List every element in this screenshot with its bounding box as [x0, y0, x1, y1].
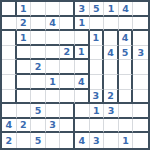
cell-r10c4[interactable]: [46, 133, 61, 148]
cell-r8c5[interactable]: [60, 104, 75, 119]
given-digit: 1: [108, 4, 115, 14]
cell-r6c8[interactable]: [104, 75, 119, 90]
cell-r10c1[interactable]: 2: [2, 133, 17, 148]
cell-r4c2[interactable]: [17, 46, 32, 61]
given-digit: 2: [20, 120, 27, 130]
cell-r4c10[interactable]: 3: [133, 46, 148, 61]
cell-r2c6[interactable]: 1: [75, 17, 90, 32]
cell-r6c3[interactable]: [31, 75, 46, 90]
cell-r8c2[interactable]: [17, 104, 32, 119]
cell-r10c6[interactable]: 4: [75, 133, 90, 148]
cell-r7c1[interactable]: [2, 90, 17, 105]
cell-r9c7[interactable]: [90, 119, 105, 134]
cell-r7c7[interactable]: 3: [90, 90, 105, 105]
cell-r4c3[interactable]: [31, 46, 46, 61]
given-digit: 1: [122, 136, 129, 146]
cell-r4c8[interactable]: 4: [104, 46, 119, 61]
cell-r6c10[interactable]: [133, 75, 148, 90]
cell-r1c4[interactable]: [46, 2, 61, 17]
cell-r10c8[interactable]: [104, 133, 119, 148]
cell-r10c2[interactable]: [17, 133, 32, 148]
cell-r5c8[interactable]: [104, 60, 119, 75]
cell-r2c2[interactable]: 2: [17, 17, 32, 32]
cell-r9c6[interactable]: [75, 119, 90, 134]
puzzle-board: 13514241114214532143251342325431: [0, 0, 150, 150]
given-digit: 5: [93, 4, 100, 14]
cell-r1c5[interactable]: [60, 2, 75, 17]
given-digit: 5: [122, 48, 129, 58]
cell-r4c5[interactable]: 2: [60, 46, 75, 61]
given-digit: 2: [20, 18, 27, 28]
given-digit: 3: [93, 136, 100, 146]
cell-r8c3[interactable]: 5: [31, 104, 46, 119]
given-digit: 1: [20, 4, 27, 14]
given-digit: 4: [122, 33, 129, 43]
cell-r8c7[interactable]: 1: [90, 104, 105, 119]
cell-r2c5[interactable]: [60, 17, 75, 32]
given-digit: 4: [49, 18, 56, 28]
given-digit: 3: [49, 120, 56, 130]
cell-r7c10[interactable]: [133, 90, 148, 105]
given-digit: 3: [93, 91, 100, 101]
cell-r1c10[interactable]: [133, 2, 148, 17]
cell-r5c2[interactable]: [17, 60, 32, 75]
given-digit: 4: [5, 120, 12, 130]
cell-r9c3[interactable]: [31, 119, 46, 134]
given-digit: 3: [108, 106, 115, 116]
cell-r5c5[interactable]: [60, 60, 75, 75]
cell-r1c8[interactable]: 1: [104, 2, 119, 17]
cell-r2c4[interactable]: 4: [46, 17, 61, 32]
cell-r6c9[interactable]: [119, 75, 134, 90]
cell-r7c3[interactable]: [31, 90, 46, 105]
cell-r3c6[interactable]: [75, 31, 90, 46]
cell-r3c10[interactable]: [133, 31, 148, 46]
cell-r5c4[interactable]: [46, 60, 61, 75]
cell-r7c4[interactable]: [46, 90, 61, 105]
cell-r1c1[interactable]: [2, 2, 17, 17]
cell-r5c3[interactable]: 2: [31, 60, 46, 75]
given-digit: 3: [137, 48, 144, 58]
given-digit: 1: [20, 33, 27, 43]
cell-r4c1[interactable]: [2, 46, 17, 61]
cell-r3c7[interactable]: 1: [90, 31, 105, 46]
cell-r6c5[interactable]: [60, 75, 75, 90]
cell-r5c6[interactable]: [75, 60, 90, 75]
cell-r9c9[interactable]: [119, 119, 134, 134]
given-digit: 2: [35, 62, 42, 72]
cell-r4c7[interactable]: [90, 46, 105, 61]
given-digit: 1: [93, 33, 100, 43]
given-digit: 4: [122, 4, 129, 14]
cell-r10c3[interactable]: 5: [31, 133, 46, 148]
cell-r6c6[interactable]: 4: [75, 75, 90, 90]
given-digit: 4: [78, 136, 85, 146]
cell-r3c9[interactable]: 4: [119, 31, 134, 46]
given-digit: 5: [35, 136, 42, 146]
cell-r7c8[interactable]: 2: [104, 90, 119, 105]
cell-r3c8[interactable]: [104, 31, 119, 46]
given-digit: 4: [107, 48, 114, 58]
cell-r8c8[interactable]: 3: [104, 104, 119, 119]
cell-r7c5[interactable]: [60, 90, 75, 105]
cell-r1c7[interactable]: 5: [90, 2, 105, 17]
cell-r1c6[interactable]: 3: [75, 2, 90, 17]
cell-r7c6[interactable]: [75, 90, 90, 105]
cell-r4c9[interactable]: 5: [119, 46, 134, 61]
cell-r9c2[interactable]: 2: [17, 119, 32, 134]
cell-r8c6[interactable]: [75, 104, 90, 119]
cell-r6c7[interactable]: [90, 75, 105, 90]
cell-r1c2[interactable]: 1: [17, 2, 32, 17]
cell-r10c10[interactable]: [133, 133, 148, 148]
given-digit: 4: [78, 77, 85, 87]
cell-r7c9[interactable]: [119, 90, 134, 105]
cell-r5c10[interactable]: [133, 60, 148, 75]
cell-r1c9[interactable]: 4: [119, 2, 134, 17]
cell-r2c8[interactable]: [104, 17, 119, 32]
given-digit: 1: [49, 77, 56, 87]
cell-r8c4[interactable]: [46, 104, 61, 119]
cell-r9c1[interactable]: 4: [2, 119, 17, 134]
cell-r8c1[interactable]: [2, 104, 17, 119]
cell-r6c2[interactable]: [17, 75, 32, 90]
cell-r2c7[interactable]: [90, 17, 105, 32]
cell-r1c3[interactable]: [31, 2, 46, 17]
cell-r2c1[interactable]: [2, 17, 17, 32]
cell-r5c7[interactable]: [90, 60, 105, 75]
cell-r6c1[interactable]: [2, 75, 17, 90]
given-digit: 1: [78, 47, 85, 57]
cell-r10c5[interactable]: [60, 133, 75, 148]
cell-r5c1[interactable]: [2, 60, 17, 75]
cell-r9c8[interactable]: [104, 119, 119, 134]
cell-r6c4[interactable]: 1: [46, 75, 61, 90]
cell-r8c9[interactable]: [119, 104, 134, 119]
cell-r2c10[interactable]: [133, 17, 148, 32]
given-digit: 2: [5, 136, 12, 146]
cell-r10c9[interactable]: 1: [119, 133, 134, 148]
given-digit: 5: [35, 106, 42, 116]
cell-r3c3[interactable]: [31, 31, 46, 46]
given-digit: 1: [93, 106, 100, 116]
given-digit: 3: [78, 4, 85, 14]
cell-r10c7[interactable]: 3: [90, 133, 105, 148]
cell-r3c4[interactable]: [46, 31, 61, 46]
cell-r3c5[interactable]: [60, 31, 75, 46]
given-digit: 2: [63, 47, 70, 57]
cell-r2c3[interactable]: [31, 17, 46, 32]
cell-r9c4[interactable]: 3: [46, 119, 61, 134]
cell-r7c2[interactable]: [17, 90, 32, 105]
given-digit: 2: [107, 91, 114, 101]
cell-r3c2[interactable]: 1: [17, 31, 32, 46]
cell-r3c1[interactable]: [2, 31, 17, 46]
cell-r9c5[interactable]: [60, 119, 75, 134]
given-digit: 1: [78, 18, 85, 28]
cell-r9c10[interactable]: [133, 119, 148, 134]
cell-r5c9[interactable]: [119, 60, 134, 75]
cell-r2c9[interactable]: [119, 17, 134, 32]
cell-r4c6[interactable]: 1: [75, 46, 90, 61]
cell-r4c4[interactable]: [46, 46, 61, 61]
cell-r8c10[interactable]: [133, 104, 148, 119]
